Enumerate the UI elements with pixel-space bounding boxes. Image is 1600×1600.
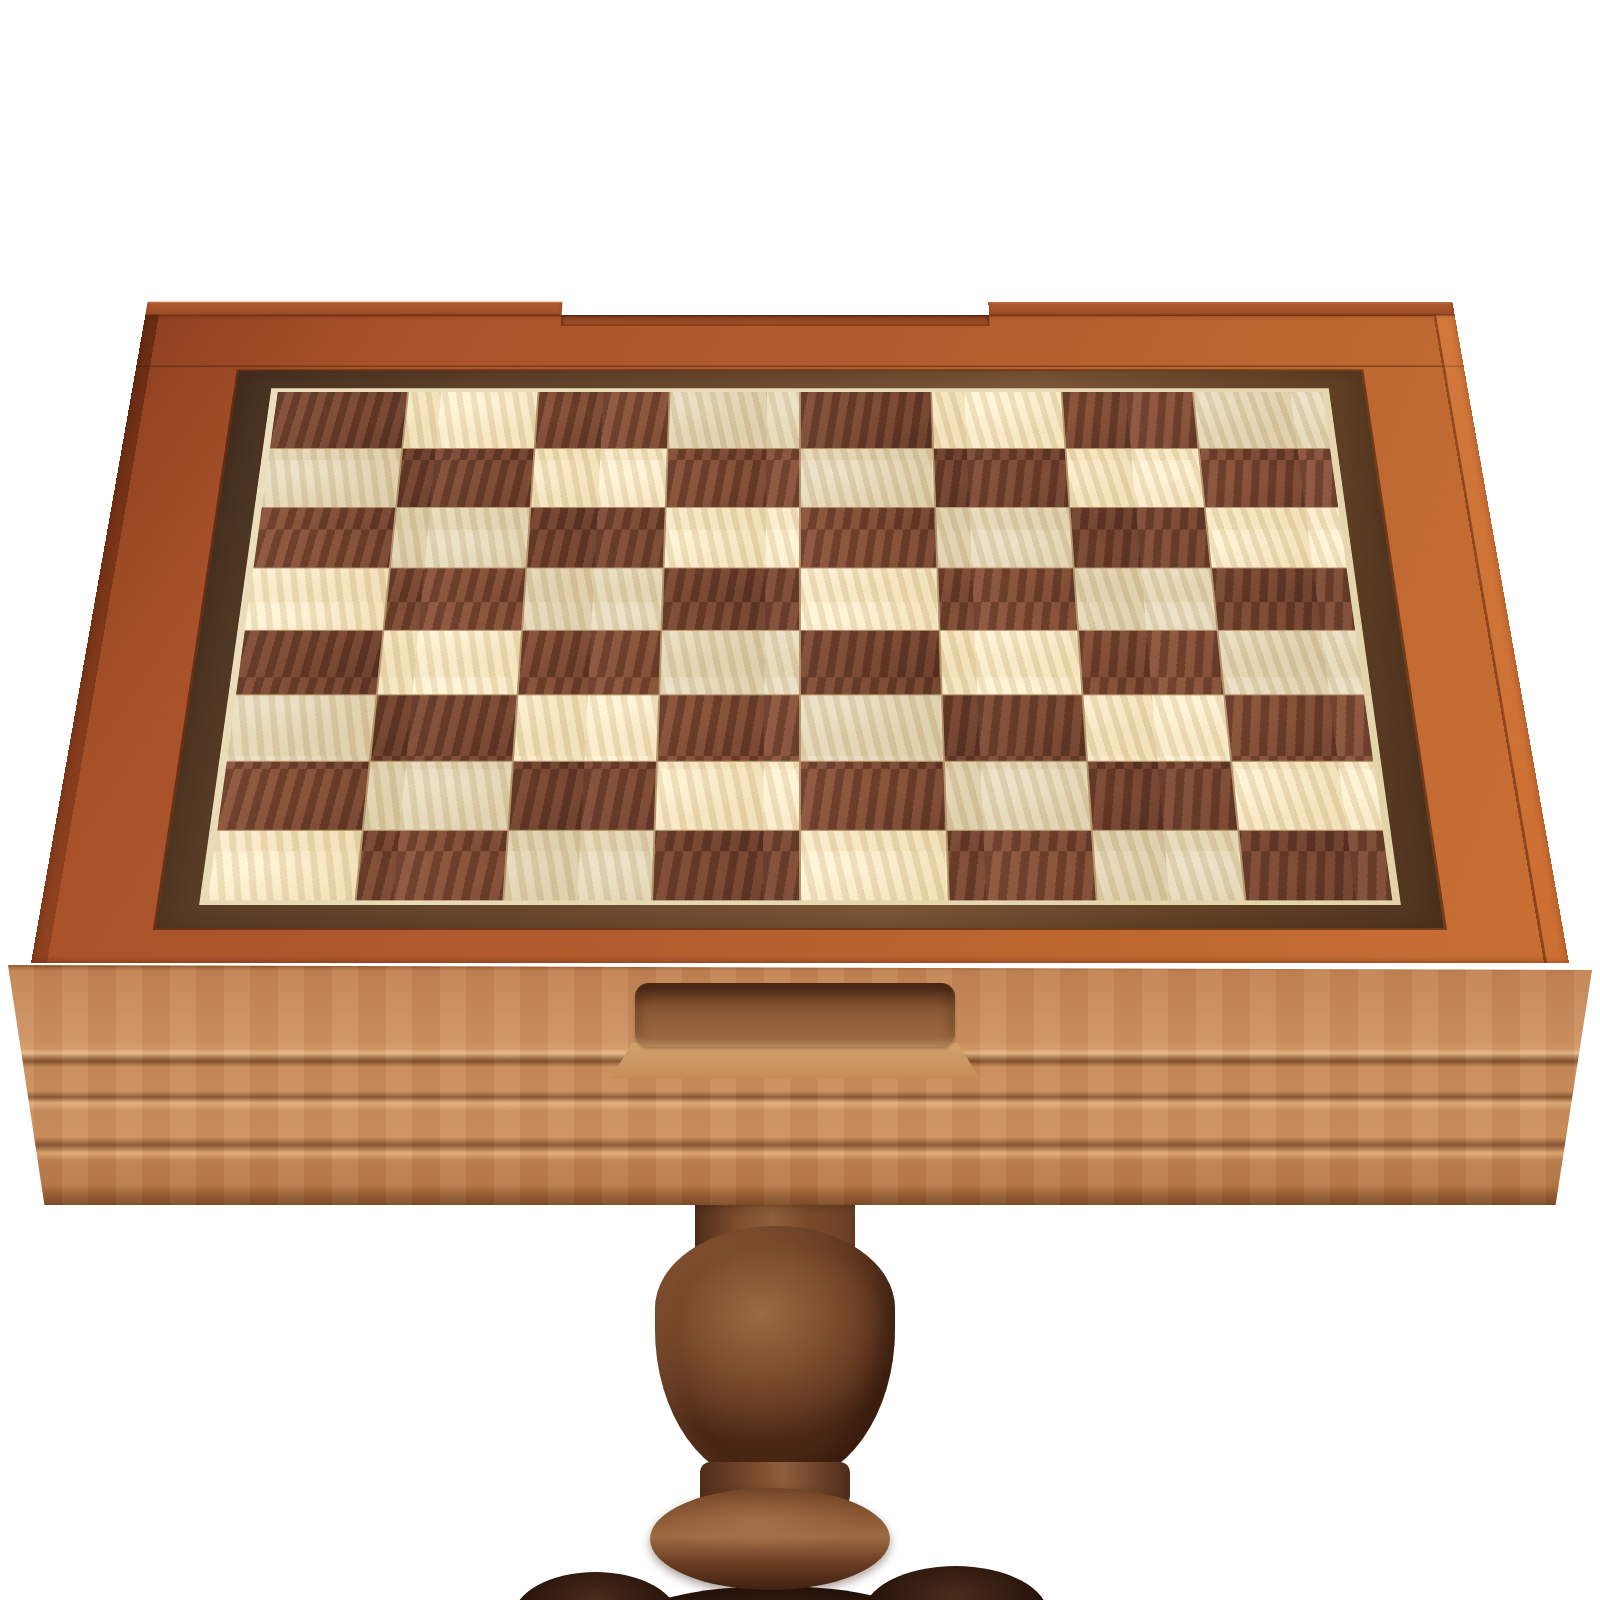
board-square[interactable] bbox=[1088, 762, 1237, 830]
board-square[interactable] bbox=[403, 392, 538, 448]
board-square[interactable] bbox=[1212, 568, 1356, 629]
back-rail-center-recess bbox=[561, 315, 990, 326]
board-square[interactable] bbox=[1193, 392, 1330, 448]
frame-seam-line bbox=[136, 365, 1464, 367]
board-square[interactable] bbox=[527, 508, 664, 568]
board-square[interactable] bbox=[1075, 568, 1216, 629]
board-square[interactable] bbox=[262, 449, 401, 507]
board-square[interactable] bbox=[655, 762, 799, 830]
board-square[interactable] bbox=[390, 508, 529, 568]
board-square[interactable] bbox=[1066, 449, 1203, 507]
board-square[interactable] bbox=[660, 631, 799, 694]
board-square[interactable] bbox=[356, 830, 507, 900]
back-rail-right-tab bbox=[988, 302, 1455, 316]
finger-notch-ramp bbox=[610, 1043, 980, 1079]
board-square[interactable] bbox=[801, 830, 947, 900]
pedestal-foot-left bbox=[513, 1572, 678, 1600]
board-square[interactable] bbox=[801, 568, 938, 629]
board-square[interactable] bbox=[947, 830, 1096, 900]
pedestal-foot-right bbox=[863, 1566, 1048, 1600]
board-square[interactable] bbox=[940, 631, 1082, 694]
board-square[interactable] bbox=[653, 830, 799, 900]
board-square[interactable] bbox=[504, 830, 653, 900]
board-square[interactable] bbox=[932, 392, 1065, 448]
maple-inlay-line bbox=[199, 388, 1401, 905]
board-square[interactable] bbox=[801, 449, 934, 507]
frame-left-edge bbox=[31, 315, 159, 963]
board-square[interactable] bbox=[370, 695, 516, 760]
board-square[interactable] bbox=[254, 508, 395, 568]
board-square[interactable] bbox=[1239, 830, 1393, 900]
board-square[interactable] bbox=[1199, 449, 1338, 507]
board-square[interactable] bbox=[514, 695, 658, 760]
board-square[interactable] bbox=[801, 508, 936, 568]
board-square[interactable] bbox=[801, 392, 932, 448]
board-square[interactable] bbox=[519, 631, 661, 694]
board-square[interactable] bbox=[1070, 508, 1209, 568]
board-square[interactable] bbox=[657, 695, 799, 760]
board-square[interactable] bbox=[384, 568, 525, 629]
board-square[interactable] bbox=[1093, 830, 1244, 900]
board-square[interactable] bbox=[934, 449, 1069, 507]
board-square[interactable] bbox=[208, 830, 362, 900]
board-square[interactable] bbox=[666, 449, 799, 507]
board-square[interactable] bbox=[662, 568, 799, 629]
board-square[interactable] bbox=[945, 762, 1091, 830]
chessboard[interactable] bbox=[208, 392, 1393, 900]
board-square[interactable] bbox=[535, 392, 668, 448]
pedestal-torus-ring bbox=[650, 1488, 890, 1590]
board-square[interactable] bbox=[377, 631, 521, 694]
board-square[interactable] bbox=[1083, 695, 1229, 760]
board-square[interactable] bbox=[801, 631, 940, 694]
board-square[interactable] bbox=[531, 449, 666, 507]
frame-right-edge bbox=[1433, 315, 1569, 963]
board-square[interactable] bbox=[1218, 631, 1364, 694]
board-square[interactable] bbox=[1205, 508, 1346, 568]
board-square[interactable] bbox=[1225, 695, 1373, 760]
board-square[interactable] bbox=[509, 762, 655, 830]
board-square[interactable] bbox=[270, 392, 407, 448]
chess-table-photo bbox=[0, 0, 1600, 1600]
board-square[interactable] bbox=[938, 568, 1077, 629]
board-square[interactable] bbox=[1232, 762, 1383, 830]
board-square[interactable] bbox=[227, 695, 375, 760]
board-square[interactable] bbox=[664, 508, 799, 568]
board-square[interactable] bbox=[236, 631, 382, 694]
board-square[interactable] bbox=[801, 762, 945, 830]
pedestal-vase bbox=[655, 1226, 895, 1484]
board-square[interactable] bbox=[523, 568, 662, 629]
board-square[interactable] bbox=[801, 695, 943, 760]
board-square[interactable] bbox=[668, 392, 799, 448]
board-square[interactable] bbox=[942, 695, 1086, 760]
board-square[interactable] bbox=[1062, 392, 1197, 448]
board-square[interactable] bbox=[1079, 631, 1223, 694]
finger-notch-handle[interactable] bbox=[635, 983, 955, 1047]
board-square[interactable] bbox=[245, 568, 389, 629]
walnut-inner-border bbox=[156, 371, 1444, 928]
board-square[interactable] bbox=[397, 449, 534, 507]
back-rail-left-tab bbox=[145, 302, 562, 316]
board-square[interactable] bbox=[217, 762, 368, 830]
board-square[interactable] bbox=[936, 508, 1073, 568]
board-square[interactable] bbox=[363, 762, 512, 830]
tabletop-plane bbox=[31, 315, 1569, 963]
